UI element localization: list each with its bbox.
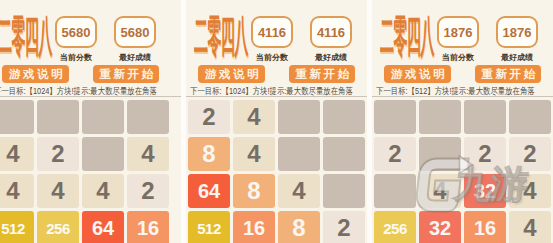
- empty-cell: [82, 100, 124, 134]
- empty-cell: [464, 100, 506, 134]
- current-score-value: 4116: [258, 25, 286, 40]
- current-score-value: 5680: [62, 25, 91, 40]
- board-grid-1[interactable]: 42444425122566416: [0, 100, 169, 243]
- empty-cell: [509, 100, 551, 134]
- current-score-box: 4116: [251, 16, 293, 48]
- tile-2: 2: [188, 100, 230, 134]
- tile-4: 4: [127, 137, 169, 171]
- restart-button[interactable]: 重新开始: [93, 65, 159, 83]
- tile-8: 8: [188, 137, 230, 171]
- instructions-button[interactable]: 游戏说明: [2, 65, 69, 83]
- restart-button[interactable]: 重新开始: [289, 65, 355, 83]
- empty-cell: [37, 100, 79, 134]
- game-title-logo: 二零四八: [194, 8, 254, 67]
- empty-cell: [0, 100, 34, 134]
- game-title-logo: 二零四八: [380, 8, 440, 67]
- tile-4: 4: [0, 137, 34, 171]
- screenshot-strip: 二零四八 5680 5680 当前分数 最好成绩 游戏说明 重新开始 下一目标:…: [0, 0, 553, 243]
- current-score-value: 1876: [444, 25, 473, 40]
- tile-2: 2: [127, 174, 169, 208]
- tile-8: 8: [233, 174, 275, 208]
- divider-line: [0, 96, 181, 97]
- divider-line: [186, 96, 367, 97]
- empty-cell: [419, 137, 461, 171]
- best-score-label: 最好成绩: [494, 52, 540, 63]
- tile-32: 32: [419, 211, 461, 243]
- tile-4: 4: [419, 174, 461, 208]
- tile-4: 4: [0, 174, 34, 208]
- tile-4: 4: [278, 174, 320, 208]
- tile-512: 512: [0, 211, 34, 243]
- divider-line: [372, 96, 553, 97]
- tile-2: 2: [509, 137, 551, 171]
- current-score-label: 当前分数: [249, 52, 295, 63]
- best-score-value: 4116: [317, 25, 345, 40]
- tile-4: 4: [82, 174, 124, 208]
- best-score-box: 5680: [114, 16, 156, 48]
- tile-256: 256: [37, 211, 79, 243]
- restart-button[interactable]: 重新开始: [475, 65, 541, 83]
- game-panel-1: 二零四八 5680 5680 当前分数 最好成绩 游戏说明 重新开始 下一目标:…: [0, 0, 181, 243]
- tile-16: 16: [464, 211, 506, 243]
- board-grid-3[interactable]: 222432425632164: [374, 100, 551, 243]
- best-score-label: 最好成绩: [112, 52, 158, 63]
- empty-cell: [374, 174, 416, 208]
- empty-cell: [82, 137, 124, 171]
- game-title-logo: 二零四八: [0, 8, 58, 67]
- tile-32: 32: [464, 174, 506, 208]
- tile-16: 16: [233, 211, 275, 243]
- current-score-box: 1876: [437, 16, 479, 48]
- empty-cell: [278, 137, 320, 171]
- tile-64: 64: [82, 211, 124, 243]
- current-score-box: 5680: [55, 16, 97, 48]
- tile-256: 256: [374, 211, 416, 243]
- best-score-value: 5680: [121, 25, 150, 40]
- tile-4: 4: [509, 211, 551, 243]
- tile-2: 2: [323, 211, 365, 243]
- tile-2: 2: [37, 137, 79, 171]
- game-panel-3: 二零四八 1876 1876 当前分数 最好成绩 游戏说明 重新开始 下一目标:…: [372, 0, 553, 243]
- current-score-label: 当前分数: [435, 52, 481, 63]
- tile-4: 4: [509, 174, 551, 208]
- tile-512: 512: [188, 211, 230, 243]
- board-grid-2[interactable]: 248464845121682: [188, 100, 365, 243]
- tile-2: 2: [374, 137, 416, 171]
- best-score-box: 1876: [496, 16, 538, 48]
- game-panel-2: 二零四八 4116 4116 当前分数 最好成绩 游戏说明 重新开始 下一目标:…: [186, 0, 367, 243]
- tile-2: 2: [464, 137, 506, 171]
- instructions-button[interactable]: 游戏说明: [198, 65, 265, 83]
- empty-cell: [323, 174, 365, 208]
- best-score-label: 最好成绩: [308, 52, 354, 63]
- tile-16: 16: [127, 211, 169, 243]
- best-score-box: 4116: [310, 16, 352, 48]
- tile-8: 8: [278, 211, 320, 243]
- instructions-button[interactable]: 游戏说明: [384, 65, 451, 83]
- empty-cell: [419, 100, 461, 134]
- empty-cell: [323, 100, 365, 134]
- empty-cell: [127, 100, 169, 134]
- tile-4: 4: [233, 100, 275, 134]
- tile-64: 64: [188, 174, 230, 208]
- tile-4: 4: [37, 174, 79, 208]
- best-score-value: 1876: [503, 25, 532, 40]
- tile-4: 4: [233, 137, 275, 171]
- empty-cell: [374, 100, 416, 134]
- empty-cell: [323, 137, 365, 171]
- empty-cell: [278, 100, 320, 134]
- current-score-label: 当前分数: [53, 52, 99, 63]
